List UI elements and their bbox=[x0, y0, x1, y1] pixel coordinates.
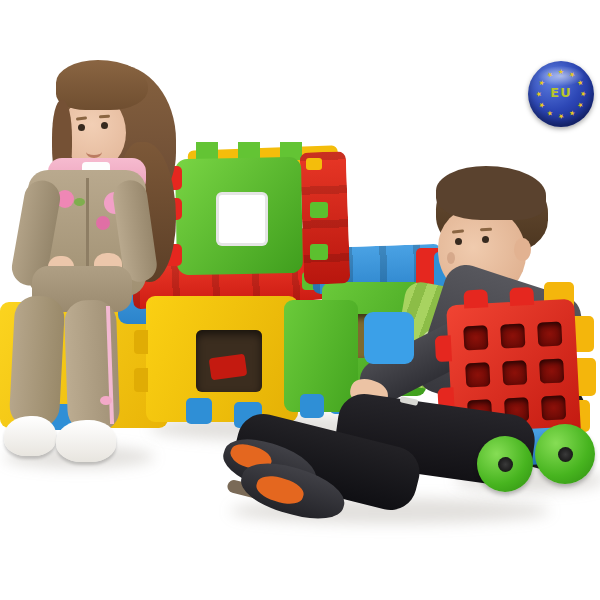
eu-badge: ★★★★★★★★★★★★ EU bbox=[528, 61, 594, 127]
eu-star-icon: ★ bbox=[567, 69, 578, 80]
girl-mouth bbox=[86, 146, 102, 158]
yellow-tab bbox=[134, 368, 148, 392]
red-tab bbox=[435, 335, 452, 362]
yellow-insert bbox=[306, 158, 322, 170]
trolley-hole bbox=[465, 362, 490, 387]
eu-star-icon: ★ bbox=[567, 108, 578, 119]
green-leaf bbox=[74, 198, 85, 206]
red-tab bbox=[509, 287, 534, 306]
trolley-hole bbox=[537, 321, 562, 346]
boy-eyebrow bbox=[480, 228, 492, 231]
trolley-hole bbox=[463, 325, 488, 350]
trolley-hole bbox=[502, 360, 527, 385]
girl-shoe bbox=[56, 420, 116, 462]
eu-star-icon: ★ bbox=[545, 108, 556, 119]
eu-star-icon: ★ bbox=[557, 112, 565, 120]
boy-eye bbox=[455, 238, 462, 245]
top-cube-window bbox=[216, 192, 268, 246]
trolley-hole bbox=[500, 323, 525, 348]
yellow-tab bbox=[134, 330, 148, 354]
pink-bow bbox=[100, 396, 112, 405]
eu-star-icon: ★ bbox=[557, 68, 565, 76]
top-cube-red-side bbox=[300, 151, 351, 285]
red-tab bbox=[463, 289, 488, 308]
blue-side-tab bbox=[364, 312, 414, 364]
wheel-hub bbox=[558, 447, 573, 462]
eu-star-icon: ★ bbox=[536, 100, 547, 111]
green-wheel bbox=[477, 436, 533, 492]
trolley-hole bbox=[539, 358, 564, 383]
eu-badge-label: EU bbox=[528, 85, 594, 100]
boy-hair-fringe bbox=[436, 166, 546, 220]
girl-eye bbox=[101, 122, 108, 129]
girl-shoe bbox=[4, 416, 56, 456]
product-photo: ★★★★★★★★★★★★ EU bbox=[0, 0, 600, 600]
blue-tab bbox=[300, 394, 324, 418]
wheel-hub bbox=[498, 457, 513, 472]
trolley-hole bbox=[541, 395, 566, 420]
girl-left-leg bbox=[9, 295, 66, 429]
girl-eye bbox=[78, 124, 85, 131]
blue-tab bbox=[186, 398, 212, 424]
girl-bangs bbox=[56, 60, 148, 110]
boy-ear bbox=[514, 238, 531, 261]
boy-eye bbox=[482, 236, 489, 243]
green-insert bbox=[310, 202, 328, 218]
eu-star-icon: ★ bbox=[545, 69, 556, 80]
eu-star-icon: ★ bbox=[575, 100, 586, 111]
green-wheel bbox=[535, 424, 595, 484]
pink-flower bbox=[96, 216, 110, 230]
green-insert bbox=[310, 244, 328, 260]
boy-nose bbox=[447, 252, 455, 264]
